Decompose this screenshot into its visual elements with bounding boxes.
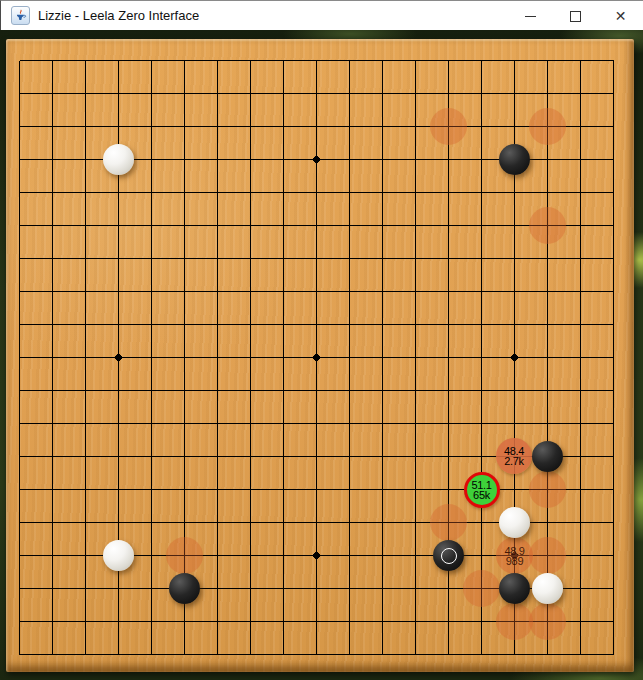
suggestion-R2[interactable] (529, 603, 566, 640)
suggestion-Q2[interactable] (496, 603, 533, 640)
stone-black-F3 (169, 573, 200, 604)
star-point (115, 354, 122, 361)
star-point (313, 156, 320, 163)
maximize-icon (570, 11, 581, 22)
star-point (313, 552, 320, 559)
last-move-marker (441, 548, 457, 564)
suggestion-O5[interactable] (430, 504, 467, 541)
close-button[interactable]: ✕ (598, 1, 643, 31)
suggestion-Q4[interactable]: 48.9989 (496, 537, 533, 574)
stone-white-Q5 (499, 507, 530, 538)
suggestion-R4[interactable] (529, 537, 566, 574)
suggestion-R14[interactable] (529, 207, 566, 244)
suggestion-P3[interactable] (463, 570, 500, 607)
minimize-button[interactable] (508, 1, 553, 31)
suggestion-F4[interactable] (166, 537, 203, 574)
suggestion-R6[interactable] (529, 471, 566, 508)
star-point (313, 354, 320, 361)
stone-black-R7 (532, 441, 563, 472)
stone-black-Q3 (499, 573, 530, 604)
suggestion-R17[interactable] (529, 108, 566, 145)
stone-white-D4 (103, 540, 134, 571)
minimize-icon (525, 16, 536, 17)
suggestion-P6[interactable]: 51.165k (464, 472, 500, 508)
go-board[interactable]: 51.165k48.42.7k48.9989 (6, 39, 634, 672)
title-bar[interactable]: Lizzie - Leela Zero Interface ✕ (0, 0, 643, 30)
stone-black-O4 (433, 540, 464, 571)
close-icon: ✕ (615, 9, 627, 23)
stone-white-D16 (103, 144, 134, 175)
window-title: Lizzie - Leela Zero Interface (38, 8, 199, 23)
stone-black-Q16 (499, 144, 530, 175)
star-point (511, 354, 518, 361)
suggestion-O17[interactable] (430, 108, 467, 145)
suggestion-visits: 989 (506, 556, 523, 566)
suggestion-winrate: 48.9 (504, 546, 524, 556)
stone-white-R3 (532, 573, 563, 604)
suggestion-visits: 65k (473, 490, 490, 500)
window-controls: ✕ (508, 1, 643, 31)
suggestion-Q7[interactable]: 48.42.7k (496, 438, 532, 474)
java-coffee-cup-icon (11, 6, 30, 25)
suggestion-winrate: 51.1 (471, 480, 491, 490)
maximize-button[interactable] (553, 1, 598, 31)
suggestion-visits: 2.7k (504, 456, 524, 466)
